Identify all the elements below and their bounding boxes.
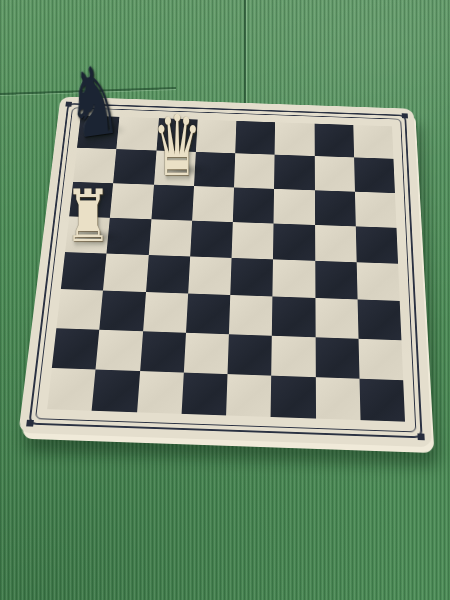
square-h5[interactable] [356, 226, 399, 264]
square-h3[interactable] [357, 300, 401, 340]
square-e6[interactable] [233, 187, 274, 223]
square-c3[interactable] [143, 292, 188, 332]
square-f5[interactable] [273, 223, 315, 260]
square-b4[interactable] [103, 254, 148, 293]
square-h1[interactable] [359, 378, 405, 421]
square-c4[interactable] [146, 255, 190, 294]
square-d3[interactable] [186, 294, 230, 334]
square-a1[interactable] [47, 368, 96, 411]
square-f8[interactable] [275, 122, 315, 156]
square-h8[interactable] [353, 125, 393, 159]
square-f2[interactable] [271, 335, 315, 377]
square-g7[interactable] [314, 156, 354, 191]
square-e1[interactable] [226, 374, 271, 417]
square-a3[interactable] [56, 289, 103, 329]
square-e5[interactable] [232, 222, 274, 259]
border-corner-dot [402, 113, 408, 118]
square-g2[interactable] [315, 337, 359, 379]
square-d2[interactable] [184, 332, 229, 374]
square-h2[interactable] [358, 338, 403, 380]
square-b2[interactable] [96, 329, 143, 370]
square-b6[interactable] [110, 183, 154, 219]
square-c2[interactable] [140, 331, 186, 373]
square-a2[interactable] [52, 328, 100, 369]
white-rook-piece[interactable]: ♜ [64, 180, 110, 252]
square-g8[interactable] [314, 124, 354, 158]
square-d5[interactable] [190, 220, 233, 257]
square-f3[interactable] [272, 297, 315, 337]
square-b1[interactable] [92, 369, 140, 412]
square-d1[interactable] [181, 372, 227, 415]
square-c5[interactable] [148, 219, 192, 256]
square-e4[interactable] [230, 258, 273, 297]
photo-scene: ♞♛♜ [0, 0, 450, 600]
square-g5[interactable] [315, 225, 357, 263]
square-e8[interactable] [235, 121, 275, 155]
square-f4[interactable] [273, 259, 315, 298]
square-h4[interactable] [356, 262, 399, 301]
square-e3[interactable] [229, 295, 273, 335]
board-grid [47, 115, 405, 421]
square-h7[interactable] [354, 158, 395, 193]
border-corner-dot [417, 433, 424, 440]
border-corner-dot [26, 420, 34, 427]
square-h6[interactable] [355, 191, 397, 227]
square-e7[interactable] [234, 153, 275, 188]
square-b5[interactable] [107, 218, 151, 255]
square-g4[interactable] [315, 261, 358, 300]
square-g3[interactable] [315, 298, 358, 338]
square-f7[interactable] [274, 155, 314, 190]
square-g1[interactable] [315, 377, 360, 420]
square-b3[interactable] [100, 291, 146, 331]
square-f1[interactable] [271, 375, 316, 418]
white-queen-piece[interactable]: ♛ [152, 104, 202, 188]
square-e2[interactable] [228, 334, 273, 376]
square-g6[interactable] [314, 190, 355, 226]
square-d4[interactable] [188, 256, 232, 295]
black-knight-piece[interactable]: ♞ [65, 51, 123, 154]
square-c1[interactable] [137, 371, 184, 414]
square-f6[interactable] [274, 189, 315, 225]
